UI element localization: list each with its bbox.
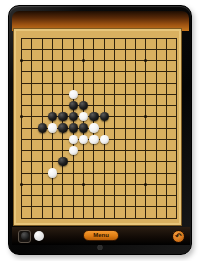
white-stone — [48, 168, 57, 177]
board-surface — [16, 31, 179, 223]
black-stone — [69, 101, 78, 110]
star-point — [144, 59, 147, 62]
grid-line-horizontal — [21, 195, 177, 196]
black-stone — [69, 123, 78, 132]
bottom-toolbar: Menu ↶ — [12, 227, 190, 245]
star-point — [20, 183, 23, 186]
undo-button[interactable]: ↶ — [172, 230, 185, 243]
grid-line-horizontal — [21, 150, 177, 151]
grid-line-horizontal — [21, 218, 177, 219]
black-stone — [79, 123, 88, 132]
board-border — [13, 28, 182, 226]
black-stone — [89, 112, 98, 121]
white-stone — [48, 123, 57, 132]
grid-line-horizontal — [21, 49, 177, 50]
black-stone — [58, 112, 67, 121]
white-stone — [100, 135, 109, 144]
white-stone-icon — [34, 231, 44, 241]
white-stone — [69, 146, 78, 155]
black-stone — [69, 112, 78, 121]
home-button[interactable] — [98, 245, 103, 250]
star-point — [20, 59, 23, 62]
black-stone — [58, 157, 67, 166]
grid-line-horizontal — [21, 94, 177, 95]
white-stone — [89, 123, 98, 132]
board-grid[interactable] — [21, 38, 177, 219]
screenshot-page: Menu ↶ — [0, 0, 200, 261]
grid-line-horizontal — [21, 71, 177, 72]
black-stone — [79, 101, 88, 110]
white-stone — [79, 112, 88, 121]
star-point — [144, 115, 147, 118]
grid-line-horizontal — [21, 161, 177, 162]
black-stone — [48, 112, 57, 121]
grid-line-horizontal — [21, 184, 177, 185]
grid-line-horizontal — [21, 105, 177, 106]
star-point — [20, 115, 23, 118]
white-stone — [89, 135, 98, 144]
black-stone-icon — [21, 232, 29, 240]
star-point — [144, 183, 147, 186]
undo-arrow-icon: ↶ — [175, 232, 182, 241]
black-stone — [58, 123, 67, 132]
turn-indicator-tile — [18, 230, 31, 243]
star-point — [82, 59, 85, 62]
grid-line-horizontal — [21, 38, 177, 39]
grid-line-horizontal — [21, 83, 177, 84]
grid-line-horizontal — [21, 173, 177, 174]
grid-line-horizontal — [21, 206, 177, 207]
white-stone — [69, 135, 78, 144]
white-stone — [79, 135, 88, 144]
grid-line-horizontal — [21, 60, 177, 61]
menu-button[interactable]: Menu — [83, 230, 119, 241]
white-stone — [69, 90, 78, 99]
tablet-frame: Menu ↶ — [8, 5, 192, 255]
star-point — [82, 183, 85, 186]
black-stone — [100, 112, 109, 121]
black-stone — [38, 123, 47, 132]
